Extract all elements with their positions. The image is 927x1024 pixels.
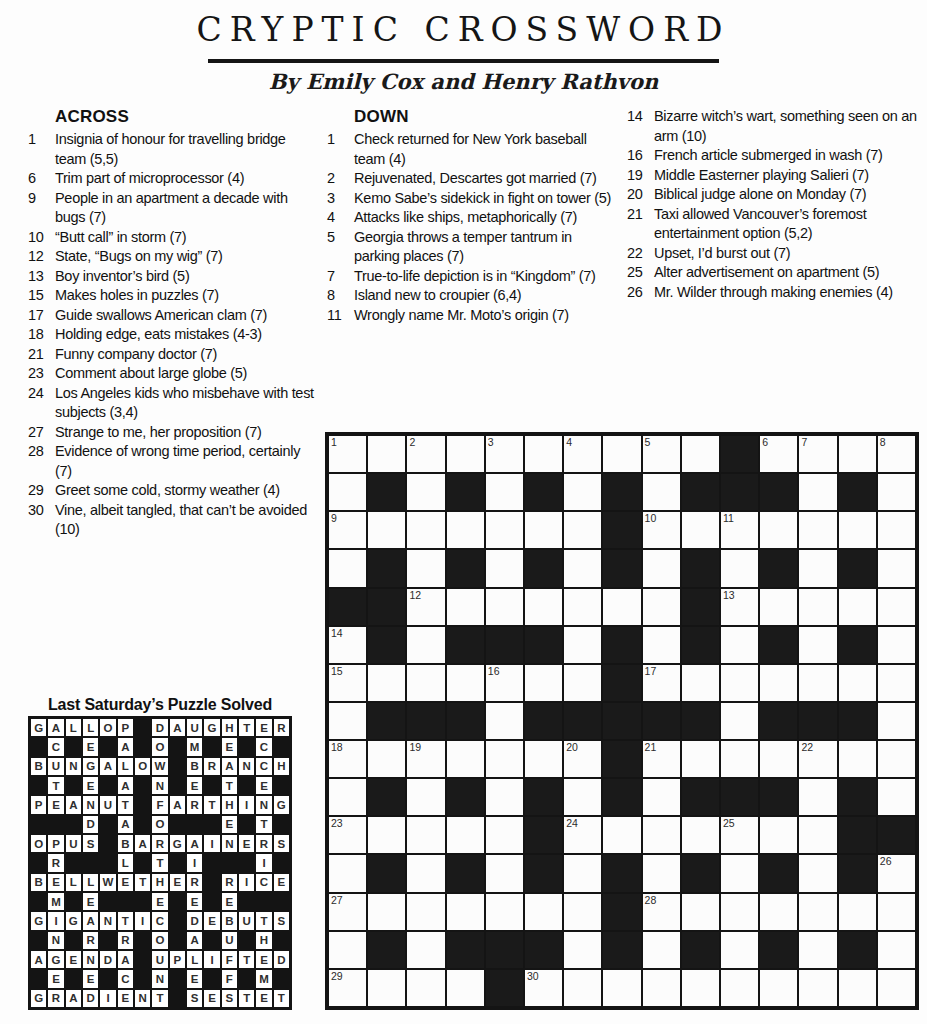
grid-cell[interactable] [563, 473, 602, 511]
grid-cell[interactable] [838, 511, 877, 549]
grid-cell[interactable] [328, 473, 367, 511]
grid-cell[interactable] [446, 816, 485, 854]
solved-cell-black [203, 776, 220, 795]
cell-number: 22 [801, 741, 813, 754]
solved-cell-black [273, 892, 290, 911]
cell-number: 7 [801, 436, 807, 449]
grid-cell-black [524, 931, 563, 969]
solved-cell: L [117, 757, 134, 776]
grid-cell-black [681, 626, 720, 664]
grid-cell[interactable] [563, 893, 602, 931]
solved-cell: G [82, 757, 99, 776]
solved-cell: G [30, 989, 47, 1008]
grid-cell[interactable] [759, 969, 798, 1007]
clue-text: Upset, I’d burst out (7) [654, 244, 923, 264]
solved-cell-black [65, 815, 82, 834]
grid-cell[interactable]: 5 [642, 435, 681, 473]
solved-cell: E [203, 989, 220, 1008]
grid-cell-black [602, 778, 641, 816]
clue-text: Funny company doctor (7) [55, 345, 316, 365]
solved-cell: O [151, 815, 168, 834]
grid-cell[interactable] [642, 969, 681, 1007]
grid-cell[interactable] [838, 740, 877, 778]
solved-cell: D [151, 718, 168, 737]
solved-cell: E [47, 969, 64, 988]
grid-cell[interactable]: 18 [328, 740, 367, 778]
grid-cell[interactable] [877, 740, 916, 778]
solved-cell-black [273, 853, 290, 872]
clue-text: Greet some cold, stormy weather (4) [55, 481, 316, 501]
solved-cell: R [221, 873, 238, 892]
grid-cell[interactable]: 29 [328, 969, 367, 1007]
clue-number: 14 [627, 107, 654, 146]
grid-cell[interactable]: 12 [406, 588, 445, 626]
grid-cell[interactable]: 11 [720, 511, 759, 549]
clue-number: 26 [627, 283, 654, 303]
solved-cell-black [65, 892, 82, 911]
grid-cell[interactable]: 17 [642, 664, 681, 702]
grid-cell[interactable] [877, 702, 916, 740]
grid-cell[interactable] [720, 969, 759, 1007]
solved-puzzle-grid: GALLOPDAUGHTERCEAOMECBUNGALOWBRANCHTEANE… [28, 716, 292, 1010]
grid-cell[interactable] [877, 969, 916, 1007]
grid-cell[interactable] [602, 969, 641, 1007]
clue-number: 1 [327, 130, 354, 169]
grid-cell[interactable] [798, 816, 837, 854]
clue-item: 1Check returned for New York baseball te… [327, 130, 615, 169]
clue-number: 25 [627, 263, 654, 283]
clue-item: 11Wrongly name Mr. Moto’s origin (7) [327, 306, 615, 326]
grid-cell[interactable] [563, 969, 602, 1007]
grid-cell[interactable]: 21 [642, 740, 681, 778]
grid-cell[interactable]: 3 [485, 435, 524, 473]
solved-cell: E [151, 892, 168, 911]
solved-cell-black [99, 815, 116, 834]
grid-cell-black [720, 473, 759, 511]
solved-cell: D [273, 950, 290, 969]
grid-cell[interactable] [798, 664, 837, 702]
clue-number: 16 [627, 146, 654, 166]
grid-cell[interactable] [720, 626, 759, 664]
grid-cell-black [681, 702, 720, 740]
grid-cell[interactable]: 26 [877, 854, 916, 892]
grid-cell[interactable] [798, 511, 837, 549]
solved-cell: R [273, 718, 290, 737]
solved-cell: T [238, 718, 255, 737]
grid-cell[interactable] [838, 588, 877, 626]
grid-cell[interactable]: 14 [328, 626, 367, 664]
grid-cell-black [367, 931, 406, 969]
grid-cell[interactable] [563, 588, 602, 626]
clue-item: 15Makes holes in puzzles (7) [28, 286, 316, 306]
grid-cell[interactable] [367, 969, 406, 1007]
clue-number: 1 [28, 130, 55, 169]
clue-number: 20 [627, 185, 654, 205]
solved-cell: O [99, 718, 116, 737]
grid-cell[interactable] [877, 588, 916, 626]
across-clue-list: 1Insignia of honour for travelling bridg… [28, 130, 316, 540]
grid-cell[interactable] [877, 549, 916, 587]
solved-cell: I [238, 795, 255, 814]
grid-cell[interactable] [681, 969, 720, 1007]
grid-cell[interactable] [367, 893, 406, 931]
solved-cell: O [151, 931, 168, 950]
grid-cell-black [681, 549, 720, 587]
grid-cell[interactable]: 27 [328, 893, 367, 931]
clue-text: Insignia of honour for travelling bridge… [55, 130, 316, 169]
clue-number: 7 [327, 267, 354, 287]
grid-cell[interactable] [328, 778, 367, 816]
grid-cell[interactable] [720, 740, 759, 778]
grid-cell[interactable] [406, 931, 445, 969]
grid-cell[interactable] [720, 702, 759, 740]
grid-cell[interactable] [485, 702, 524, 740]
grid-cell[interactable] [406, 854, 445, 892]
grid-cell[interactable] [485, 854, 524, 892]
grid-cell[interactable] [877, 893, 916, 931]
grid-cell[interactable] [798, 931, 837, 969]
clue-item: 21Taxi allowed Vancouver’s foremost ente… [627, 205, 923, 244]
grid-cell[interactable] [485, 549, 524, 587]
solved-cell: W [99, 873, 116, 892]
grid-cell[interactable] [406, 511, 445, 549]
solved-cell: M [255, 969, 272, 988]
grid-cell[interactable] [446, 511, 485, 549]
grid-cell[interactable]: 22 [798, 740, 837, 778]
grid-cell[interactable] [367, 511, 406, 549]
solved-cell: H [221, 795, 238, 814]
cell-number: 30 [527, 970, 539, 983]
grid-cell[interactable] [759, 511, 798, 549]
solved-cell: H [221, 718, 238, 737]
grid-cell[interactable] [485, 473, 524, 511]
grid-cell[interactable]: 13 [720, 588, 759, 626]
solved-cell: T [203, 795, 220, 814]
grid-cell[interactable] [720, 549, 759, 587]
grid-cell[interactable] [877, 473, 916, 511]
grid-cell[interactable] [563, 931, 602, 969]
grid-cell[interactable] [642, 816, 681, 854]
grid-cell[interactable] [524, 511, 563, 549]
grid-cell-black [446, 778, 485, 816]
grid-cell[interactable] [563, 664, 602, 702]
solved-cell: R [186, 873, 203, 892]
solved-cell: L [82, 718, 99, 737]
grid-cell[interactable] [406, 626, 445, 664]
solved-cell-black [65, 969, 82, 988]
solved-cell: A [99, 757, 116, 776]
grid-cell[interactable]: 28 [642, 893, 681, 931]
grid-cell-black [759, 702, 798, 740]
grid-cell-black [602, 854, 641, 892]
grid-cell[interactable] [681, 816, 720, 854]
solved-cell: S [273, 911, 290, 930]
grid-cell[interactable] [681, 435, 720, 473]
grid-cell[interactable] [838, 969, 877, 1007]
grid-cell[interactable] [877, 931, 916, 969]
grid-cell[interactable] [602, 435, 641, 473]
solved-cell-black [30, 931, 47, 950]
solved-cell-black [47, 815, 64, 834]
grid-cell-black [406, 702, 445, 740]
grid-cell[interactable] [485, 893, 524, 931]
solved-cell: C [255, 757, 272, 776]
solved-cell: C [151, 911, 168, 930]
grid-cell[interactable] [367, 435, 406, 473]
grid-cell[interactable]: 19 [406, 740, 445, 778]
grid-cell[interactable] [524, 740, 563, 778]
clue-item: 26Mr. Wilder through making enemies (4) [627, 283, 923, 303]
grid-cell[interactable] [602, 816, 641, 854]
solved-cell: A [186, 931, 203, 950]
cell-number: 20 [566, 741, 578, 754]
grid-cell[interactable] [446, 664, 485, 702]
solved-cell-black [169, 776, 186, 795]
grid-cell-black [524, 702, 563, 740]
grid-cell[interactable] [759, 893, 798, 931]
clue-text: State, “Bugs on my wig” (7) [55, 247, 316, 267]
grid-cell[interactable] [406, 778, 445, 816]
grid-cell[interactable] [720, 893, 759, 931]
grid-cell[interactable] [328, 931, 367, 969]
clue-item: 9People in an apartment a decade with bu… [28, 189, 316, 228]
grid-cell-black [446, 473, 485, 511]
grid-cell[interactable]: 16 [485, 664, 524, 702]
grid-cell[interactable] [328, 854, 367, 892]
cell-number: 6 [762, 436, 768, 449]
solved-cell: R [117, 931, 134, 950]
title-rule-divider [208, 59, 719, 63]
grid-cell-black [524, 549, 563, 587]
solved-cell: A [65, 795, 82, 814]
grid-cell[interactable]: 4 [563, 435, 602, 473]
solved-cell: G [65, 911, 82, 930]
grid-cell[interactable] [367, 740, 406, 778]
grid-cell-black [485, 969, 524, 1007]
grid-cell[interactable] [406, 473, 445, 511]
clue-text: Georgia throws a temper tantrum in parki… [354, 228, 615, 267]
grid-cell[interactable] [798, 473, 837, 511]
grid-cell-black [563, 702, 602, 740]
solved-cell-black [134, 931, 151, 950]
solved-cell: H [273, 757, 290, 776]
clue-text: Vine, albeit tangled, that can’t be avoi… [55, 501, 316, 540]
grid-cell-black [759, 549, 798, 587]
grid-cell-black [838, 626, 877, 664]
grid-cell[interactable] [524, 435, 563, 473]
grid-cell-black [524, 473, 563, 511]
solved-cell: E [117, 873, 134, 892]
cell-number: 21 [645, 741, 657, 754]
grid-cell[interactable] [642, 473, 681, 511]
grid-cell[interactable]: 23 [328, 816, 367, 854]
grid-cell[interactable] [524, 893, 563, 931]
solved-cell: T [238, 989, 255, 1008]
grid-cell[interactable] [681, 511, 720, 549]
grid-cell[interactable] [367, 664, 406, 702]
solved-cell-black [134, 718, 151, 737]
solved-cell: F [221, 950, 238, 969]
grid-cell[interactable] [328, 702, 367, 740]
grid-cell[interactable] [681, 664, 720, 702]
grid-cell[interactable] [446, 893, 485, 931]
grid-cell[interactable] [838, 893, 877, 931]
clue-item: 17Guide swallows American clam (7) [28, 306, 316, 326]
grid-cell[interactable] [798, 588, 837, 626]
grid-cell[interactable] [446, 435, 485, 473]
solved-cell: E [221, 892, 238, 911]
grid-cell[interactable] [563, 549, 602, 587]
grid-cell-black [838, 549, 877, 587]
grid-cell[interactable] [798, 549, 837, 587]
grid-cell[interactable] [446, 740, 485, 778]
solved-cell: E [238, 834, 255, 853]
grid-cell[interactable] [563, 854, 602, 892]
clue-number: 28 [28, 442, 55, 481]
grid-cell[interactable] [642, 931, 681, 969]
solved-cell: T [221, 776, 238, 795]
crossword-grid[interactable]: 1234567891011121314151617181920212223242… [325, 432, 919, 1010]
grid-cell[interactable]: 30 [524, 969, 563, 1007]
grid-cell[interactable] [759, 740, 798, 778]
grid-cell[interactable] [798, 854, 837, 892]
grid-cell[interactable] [759, 664, 798, 702]
clue-text: Kemo Sabe’s sidekick in fight on tower (… [354, 189, 615, 209]
grid-cell[interactable]: 15 [328, 664, 367, 702]
solved-cell-black [99, 969, 116, 988]
grid-cell[interactable] [642, 549, 681, 587]
solved-cell-black [134, 892, 151, 911]
grid-cell[interactable] [838, 664, 877, 702]
solved-cell: M [47, 892, 64, 911]
grid-cell[interactable] [877, 626, 916, 664]
grid-cell[interactable]: 1 [328, 435, 367, 473]
grid-cell[interactable] [328, 549, 367, 587]
grid-cell[interactable] [563, 778, 602, 816]
grid-cell[interactable] [877, 778, 916, 816]
down-clues-section-2: 14Bizarre witch’s wart, something seen o… [627, 107, 923, 302]
grid-cell-black [367, 702, 406, 740]
grid-cell[interactable] [524, 588, 563, 626]
solved-cell: I [47, 911, 64, 930]
grid-cell[interactable] [720, 664, 759, 702]
cell-number: 3 [488, 436, 494, 449]
grid-cell[interactable] [759, 816, 798, 854]
grid-cell[interactable] [798, 969, 837, 1007]
grid-cell[interactable] [524, 664, 563, 702]
grid-cell[interactable] [485, 816, 524, 854]
grid-cell[interactable] [485, 740, 524, 778]
grid-cell[interactable] [446, 588, 485, 626]
grid-cell[interactable] [485, 511, 524, 549]
clue-number: 4 [327, 208, 354, 228]
solved-cell-black [203, 931, 220, 950]
grid-cell[interactable] [485, 778, 524, 816]
clue-text: Los Angeles kids who misbehave with test… [55, 384, 316, 423]
grid-cell[interactable] [642, 626, 681, 664]
clue-number: 21 [627, 205, 654, 244]
grid-cell-black [681, 854, 720, 892]
grid-cell[interactable] [877, 664, 916, 702]
grid-cell[interactable] [681, 740, 720, 778]
clue-item: 28Evidence of wrong time period, certain… [28, 442, 316, 481]
grid-cell-black [367, 778, 406, 816]
grid-cell[interactable] [720, 931, 759, 969]
grid-cell[interactable] [406, 664, 445, 702]
solved-cell: S [273, 834, 290, 853]
grid-cell[interactable] [798, 893, 837, 931]
solved-cell: N [151, 969, 168, 988]
grid-cell[interactable]: 8 [877, 435, 916, 473]
grid-cell[interactable] [877, 511, 916, 549]
solved-cell: D [82, 815, 99, 834]
grid-cell[interactable]: 25 [720, 816, 759, 854]
clue-number: 30 [28, 501, 55, 540]
grid-cell[interactable] [798, 778, 837, 816]
clue-item: 2Rejuvenated, Descartes got married (7) [327, 169, 615, 189]
grid-cell-black [602, 893, 641, 931]
grid-cell[interactable] [563, 626, 602, 664]
grid-cell[interactable] [485, 588, 524, 626]
grid-cell[interactable] [642, 854, 681, 892]
grid-cell-black [759, 854, 798, 892]
solved-cell: S [186, 989, 203, 1008]
grid-cell-black [367, 549, 406, 587]
grid-cell[interactable]: 24 [563, 816, 602, 854]
clue-number: 9 [28, 189, 55, 228]
grid-cell[interactable] [406, 816, 445, 854]
solved-cell: L [65, 873, 82, 892]
grid-cell-black [838, 702, 877, 740]
grid-cell[interactable] [720, 854, 759, 892]
grid-cell[interactable]: 2 [406, 435, 445, 473]
grid-cell[interactable] [406, 969, 445, 1007]
grid-cell-black [446, 931, 485, 969]
grid-cell[interactable] [681, 893, 720, 931]
grid-cell[interactable]: 20 [563, 740, 602, 778]
grid-cell[interactable] [759, 588, 798, 626]
solved-cell: T [47, 776, 64, 795]
solved-cell-black [238, 892, 255, 911]
grid-cell[interactable] [446, 969, 485, 1007]
solved-cell-black [169, 815, 186, 834]
grid-cell-black [759, 473, 798, 511]
grid-cell[interactable]: 7 [798, 435, 837, 473]
grid-cell[interactable] [367, 816, 406, 854]
grid-cell[interactable] [798, 626, 837, 664]
grid-cell[interactable] [563, 511, 602, 549]
grid-cell-black [838, 931, 877, 969]
grid-cell[interactable]: 9 [328, 511, 367, 549]
grid-cell[interactable] [838, 435, 877, 473]
grid-cell[interactable] [642, 778, 681, 816]
grid-cell-black [602, 549, 641, 587]
solved-cell: F [221, 969, 238, 988]
solved-cell: D [99, 950, 116, 969]
grid-cell[interactable] [602, 588, 641, 626]
clue-text: French article submerged in wash (7) [654, 146, 923, 166]
across-heading: ACROSS [55, 107, 316, 127]
grid-cell[interactable] [406, 549, 445, 587]
solved-cell: N [82, 950, 99, 969]
cell-number: 17 [645, 665, 657, 678]
grid-cell[interactable] [406, 893, 445, 931]
grid-cell[interactable]: 10 [642, 511, 681, 549]
solved-cell: U [99, 795, 116, 814]
grid-cell[interactable] [642, 588, 681, 626]
solved-cell: T [273, 989, 290, 1008]
grid-cell[interactable]: 6 [759, 435, 798, 473]
